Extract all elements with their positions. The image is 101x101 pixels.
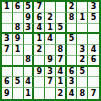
cell-r7c8-given: 5: [77, 67, 88, 78]
cell-r1c3-given: 5: [24, 2, 35, 13]
cell-r7c9-empty[interactable]: [88, 67, 99, 78]
cell-r7c5-given: 3: [45, 67, 56, 78]
cell-r5c8-given: 3: [77, 45, 88, 56]
cell-r2c6-empty[interactable]: [56, 13, 67, 24]
cell-r9c5-empty[interactable]: [45, 88, 56, 99]
cell-r5c3-empty[interactable]: [24, 45, 35, 56]
cell-r8c9-empty[interactable]: [88, 77, 99, 88]
cell-r3c2-given: 8: [13, 24, 24, 35]
cell-r8c6-given: 1: [56, 77, 67, 88]
cell-r8c4-empty[interactable]: [34, 77, 45, 88]
cell-r3c5-given: 1: [45, 24, 56, 35]
cell-r6c7-empty[interactable]: [67, 56, 78, 67]
cell-r9c1-given: 9: [2, 88, 13, 99]
cell-r2c9-given: 5: [88, 13, 99, 24]
cell-r3c6-given: 5: [56, 24, 67, 35]
cell-r2c8-given: 1: [77, 13, 88, 24]
cell-r9c3-given: 1: [24, 88, 35, 99]
cell-r3c3-given: 3: [24, 24, 35, 35]
cell-r8c3-given: 4: [24, 77, 35, 88]
cell-r3c9-empty[interactable]: [88, 24, 99, 35]
cell-r5c1-given: 7: [2, 45, 13, 56]
cell-r1c5-empty[interactable]: [45, 2, 56, 13]
cell-r5c6-given: 8: [56, 45, 67, 56]
cell-r9c4-empty[interactable]: [34, 88, 45, 99]
cell-r4c3-empty[interactable]: [24, 34, 35, 45]
cell-r5c9-given: 4: [88, 45, 99, 56]
cell-r5c2-given: 1: [13, 45, 24, 56]
cell-r4c4-given: 1: [34, 34, 45, 45]
cell-r1c9-given: 3: [88, 2, 99, 13]
cell-r8c8-empty[interactable]: [77, 77, 88, 88]
cell-r1c2-given: 6: [13, 2, 24, 13]
cell-r9c9-given: 7: [88, 88, 99, 99]
cell-r8c7-given: 3: [67, 77, 78, 88]
cell-r4c7-given: 5: [67, 34, 78, 45]
cell-r8c1-given: 6: [2, 77, 13, 88]
cell-r4c2-given: 9: [13, 34, 24, 45]
cell-r1c1-given: 1: [2, 2, 13, 13]
cell-r3c7-empty[interactable]: [67, 24, 78, 35]
cell-r3c4-given: 4: [34, 24, 45, 35]
cell-r2c3-given: 9: [24, 13, 35, 24]
cell-r1c4-given: 7: [34, 2, 45, 13]
cell-r9c6-given: 2: [56, 88, 67, 99]
cell-r2c1-empty[interactable]: [2, 13, 13, 24]
cell-r7c1-empty[interactable]: [2, 67, 13, 78]
cell-r7c6-given: 4: [56, 67, 67, 78]
cell-r1c6-empty[interactable]: [56, 2, 67, 13]
cell-r8c2-given: 5: [13, 77, 24, 88]
sudoku-board: 1657239628158341539145712834897269346565…: [0, 0, 101, 101]
cell-r6c1-empty[interactable]: [2, 56, 13, 67]
cell-r2c5-given: 2: [45, 13, 56, 24]
cell-r7c4-given: 9: [34, 67, 45, 78]
cell-r7c2-empty[interactable]: [13, 67, 24, 78]
cell-r6c2-empty[interactable]: [13, 56, 24, 67]
cell-r2c7-given: 8: [67, 13, 78, 24]
cell-r2c2-empty[interactable]: [13, 13, 24, 24]
cell-r8c5-given: 7: [45, 77, 56, 88]
cell-r1c8-empty[interactable]: [77, 2, 88, 13]
cell-r6c4-empty[interactable]: [34, 56, 45, 67]
cell-r4c1-given: 3: [2, 34, 13, 45]
cell-r7c7-given: 6: [67, 67, 78, 78]
cell-r9c7-given: 4: [67, 88, 78, 99]
cell-r6c6-given: 7: [56, 56, 67, 67]
cell-r6c5-given: 9: [45, 56, 56, 67]
cell-r6c9-given: 6: [88, 56, 99, 67]
cell-r4c5-given: 4: [45, 34, 56, 45]
cell-r3c8-empty[interactable]: [77, 24, 88, 35]
cell-r1c7-given: 2: [67, 2, 78, 13]
cell-r4c6-empty[interactable]: [56, 34, 67, 45]
cell-r7c3-empty[interactable]: [24, 67, 35, 78]
cell-r9c8-given: 8: [77, 88, 88, 99]
cell-r5c7-empty[interactable]: [67, 45, 78, 56]
cell-r5c5-empty[interactable]: [45, 45, 56, 56]
cell-r2c4-given: 6: [34, 13, 45, 24]
cell-r9c2-empty[interactable]: [13, 88, 24, 99]
cell-r4c8-empty[interactable]: [77, 34, 88, 45]
cell-r6c3-given: 8: [24, 56, 35, 67]
cell-r6c8-given: 2: [77, 56, 88, 67]
cell-r4c9-empty[interactable]: [88, 34, 99, 45]
cell-r3c1-empty[interactable]: [2, 24, 13, 35]
cell-r5c4-given: 2: [34, 45, 45, 56]
